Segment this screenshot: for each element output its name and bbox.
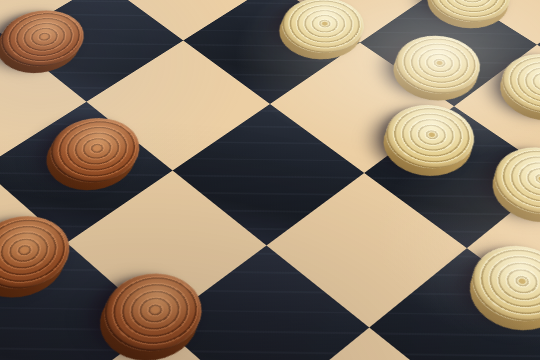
- checkers-board-photo: [0, 0, 540, 360]
- checkers-board: [0, 0, 540, 360]
